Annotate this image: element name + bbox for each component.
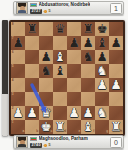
white-knight-g2[interactable]: ♞	[95, 106, 109, 120]
white-pawn-b2[interactable]: ♟	[25, 106, 39, 120]
square-c6[interactable]: ♟	[39, 50, 53, 64]
square-a5[interactable]: 5	[11, 64, 25, 78]
black-rook-b8[interactable]: ♜	[25, 22, 39, 36]
black-knight-c5[interactable]: ♞	[39, 64, 53, 78]
square-a4[interactable]: 4	[11, 78, 25, 92]
square-e8[interactable]	[67, 22, 81, 36]
top-player-avatar	[16, 2, 28, 14]
white-queen-c2[interactable]: ♛	[39, 106, 53, 120]
square-e3[interactable]	[67, 92, 81, 106]
square-c8[interactable]	[39, 22, 53, 36]
square-d3[interactable]	[53, 92, 67, 106]
iran-flag-icon	[30, 137, 37, 142]
black-rook-f8[interactable]: ♜	[81, 22, 95, 36]
square-f1[interactable]: f♝	[81, 120, 95, 134]
square-e2[interactable]: ♟	[67, 106, 81, 120]
white-bishop-d6[interactable]: ♝	[53, 50, 67, 64]
square-h1[interactable]: h♜	[109, 120, 123, 134]
square-c7[interactable]	[39, 36, 53, 50]
square-f3[interactable]	[81, 92, 95, 106]
square-c2[interactable]: ♛	[39, 106, 53, 120]
square-g4[interactable]: ♟	[95, 78, 109, 92]
square-d2[interactable]	[53, 106, 67, 120]
square-h6[interactable]	[109, 50, 123, 64]
top-player-bar[interactable]: Abdusattorov, Nodirbek 2727 5 1	[13, 1, 124, 15]
square-a8[interactable]: 8	[11, 22, 25, 36]
square-h8[interactable]	[109, 22, 123, 36]
square-f6[interactable]: ♞	[81, 50, 95, 64]
square-a3[interactable]: 3	[11, 92, 25, 106]
bottom-player-streak: 5	[48, 143, 50, 147]
file-label-b: b	[36, 130, 38, 133]
square-a1[interactable]: 1a	[11, 120, 25, 134]
white-pawn-f2[interactable]: ♟	[81, 106, 95, 120]
streak-flame-icon	[44, 143, 48, 147]
square-g7[interactable]: ♝	[95, 36, 109, 50]
bottom-player-avatar	[16, 136, 28, 148]
square-e4[interactable]	[67, 78, 81, 92]
square-a7[interactable]: 7♟	[11, 36, 25, 50]
square-e7[interactable]: ♟	[67, 36, 81, 50]
square-h4[interactable]: ♟	[109, 78, 123, 92]
square-h7[interactable]: ♟	[109, 36, 123, 50]
black-bishop-d5[interactable]: ♝	[53, 64, 67, 78]
white-pawn-a2[interactable]: ♟	[11, 106, 25, 120]
chess-board-frame: 8♜♛♜♚7♟♟♟♝♟6♟♝♞♟5♞♝♞4♟♟32♟♟♛♟♟♞1abc♚d♜ef…	[9, 20, 125, 136]
square-f8[interactable]: ♜	[81, 22, 95, 36]
black-queen-d8[interactable]: ♛	[53, 22, 67, 36]
square-b2[interactable]: ♟	[25, 106, 39, 120]
square-b3[interactable]	[25, 92, 39, 106]
streak-flame-icon	[44, 9, 48, 13]
file-label-g: g	[106, 130, 108, 133]
rank-label-3: 3	[12, 93, 14, 96]
square-f7[interactable]: ♟	[81, 36, 95, 50]
square-b1[interactable]: b	[25, 120, 39, 134]
square-c1[interactable]: c♚	[39, 120, 53, 134]
white-bishop-f1[interactable]: ♝	[81, 120, 95, 134]
black-king-g8[interactable]: ♚	[95, 22, 109, 36]
top-player-streak: 5	[48, 9, 50, 13]
bottom-player-rating-badge: 2740	[30, 143, 42, 148]
square-f5[interactable]	[81, 64, 95, 78]
square-d1[interactable]: d♜	[53, 120, 67, 134]
black-pawn-e7[interactable]: ♟	[67, 36, 81, 50]
top-player-score: 1	[110, 3, 122, 14]
black-pawn-h7[interactable]: ♟	[109, 36, 123, 50]
white-rook-h1[interactable]: ♜	[109, 120, 123, 134]
square-h3[interactable]	[109, 92, 123, 106]
square-e1[interactable]: e	[67, 120, 81, 134]
rank-label-5: 5	[12, 65, 14, 68]
rank-label-8: 8	[12, 23, 14, 26]
evaluation-bar	[2, 20, 8, 136]
black-bishop-g7[interactable]: ♝	[95, 36, 109, 50]
black-pawn-g6[interactable]: ♟	[95, 50, 109, 64]
square-d5[interactable]: ♝	[53, 64, 67, 78]
bottom-player-bar[interactable]: Maghsoodloo, Parham 2740 5 0	[13, 135, 124, 149]
rank-label-4: 4	[12, 79, 14, 82]
square-c5[interactable]: ♞	[39, 64, 53, 78]
square-g8[interactable]: ♚	[95, 22, 109, 36]
square-a2[interactable]: 2♟	[11, 106, 25, 120]
white-knight-g5[interactable]: ♞	[95, 64, 109, 78]
black-pawn-a7[interactable]: ♟	[11, 36, 25, 50]
white-rook-d1[interactable]: ♜	[53, 120, 67, 134]
chess-board[interactable]: 8♜♛♜♚7♟♟♟♝♟6♟♝♞♟5♞♝♞4♟♟32♟♟♛♟♟♞1abc♚d♜ef…	[11, 22, 123, 134]
rank-label-1: 1	[12, 121, 14, 124]
square-d7[interactable]	[53, 36, 67, 50]
file-label-a: a	[22, 130, 24, 133]
square-h5[interactable]	[109, 64, 123, 78]
square-c4[interactable]	[39, 78, 53, 92]
square-g5[interactable]: ♞	[95, 64, 109, 78]
white-pawn-g4[interactable]: ♟	[95, 78, 109, 92]
square-d8[interactable]: ♛	[53, 22, 67, 36]
black-pawn-f7[interactable]: ♟	[81, 36, 95, 50]
black-knight-f6[interactable]: ♞	[81, 50, 95, 64]
square-b4[interactable]	[25, 78, 39, 92]
square-d6[interactable]: ♝	[53, 50, 67, 64]
square-f2[interactable]: ♟	[81, 106, 95, 120]
square-b7[interactable]	[25, 36, 39, 50]
square-e6[interactable]	[67, 50, 81, 64]
white-pawn-h4[interactable]: ♟	[109, 78, 123, 92]
square-g1[interactable]: g	[95, 120, 109, 134]
square-d4[interactable]	[53, 78, 67, 92]
square-a6[interactable]: 6	[11, 50, 25, 64]
top-player-rating-badge: 2727	[30, 9, 42, 14]
square-g6[interactable]: ♟	[95, 50, 109, 64]
square-f4[interactable]	[81, 78, 95, 92]
evaluation-bar-white-portion	[2, 94, 8, 136]
bottom-player-score: 0	[110, 137, 122, 148]
square-e5[interactable]	[67, 64, 81, 78]
top-player-name: Abdusattorov, Nodirbek	[39, 2, 91, 8]
square-b6[interactable]	[25, 50, 39, 64]
square-h2[interactable]	[109, 106, 123, 120]
square-c3[interactable]	[39, 92, 53, 106]
black-pawn-c6[interactable]: ♟	[39, 50, 53, 64]
uzbekistan-flag-icon	[30, 3, 37, 8]
square-b5[interactable]	[25, 64, 39, 78]
square-g3[interactable]	[95, 92, 109, 106]
square-b8[interactable]: ♜	[25, 22, 39, 36]
rank-label-6: 6	[12, 51, 14, 54]
white-king-c1[interactable]: ♚	[39, 120, 53, 134]
bottom-player-name: Maghsoodloo, Parham	[39, 136, 88, 142]
white-pawn-e2[interactable]: ♟	[67, 106, 81, 120]
file-label-e: e	[78, 130, 80, 133]
square-g2[interactable]: ♞	[95, 106, 109, 120]
